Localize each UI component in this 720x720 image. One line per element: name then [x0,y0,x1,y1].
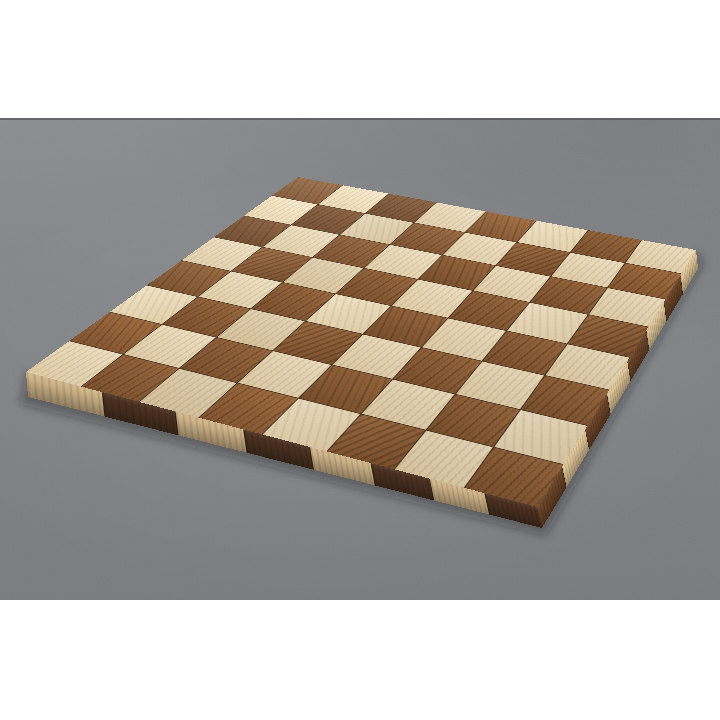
product-photo [0,0,720,720]
